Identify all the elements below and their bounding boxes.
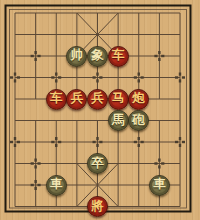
piece-black-elephant[interactable]: 象 — [87, 46, 108, 67]
xiangqi-app: 帅象车车兵兵马炮馬砲卒車車將 — [0, 0, 200, 220]
piece-red-chariot[interactable]: 车 — [46, 89, 67, 110]
piece-black-horse[interactable]: 馬 — [108, 110, 129, 131]
piece-black-cannon[interactable]: 砲 — [128, 110, 149, 131]
piece-red-soldier[interactable]: 兵 — [87, 89, 108, 110]
xiangqi-board-grid: 帅象车车兵兵马炮馬砲卒車車將 — [5, 2, 191, 217]
piece-black-soldier[interactable]: 卒 — [87, 153, 108, 174]
piece-red-horse[interactable]: 马 — [108, 89, 129, 110]
piece-black-general[interactable]: 帅 — [66, 46, 87, 67]
piece-black-chariot[interactable]: 車 — [46, 175, 67, 196]
piece-red-general[interactable]: 將 — [87, 196, 108, 217]
piece-black-chariot[interactable]: 車 — [149, 175, 170, 196]
piece-red-soldier[interactable]: 兵 — [66, 89, 87, 110]
piece-red-chariot[interactable]: 车 — [108, 46, 129, 67]
piece-red-cannon[interactable]: 炮 — [128, 89, 149, 110]
